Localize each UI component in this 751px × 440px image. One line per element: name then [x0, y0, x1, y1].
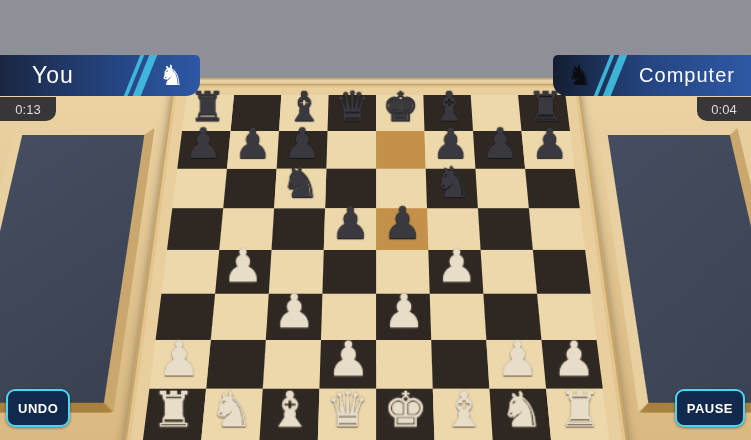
white-pawn-g2[interactable]: ♟	[495, 334, 538, 382]
square-g6[interactable]	[475, 169, 528, 209]
square-h7[interactable]: ♟	[521, 131, 574, 169]
square-b4[interactable]: ♟	[215, 250, 271, 294]
player-name-you: You	[32, 62, 74, 89]
square-d5[interactable]: ♟	[323, 208, 375, 250]
white-pawn-f4[interactable]: ♟	[435, 242, 476, 287]
square-g1[interactable]: ♞	[489, 389, 551, 440]
square-f6[interactable]: ♞	[425, 169, 477, 209]
black-king-e8[interactable]: ♚	[381, 85, 418, 126]
black-pawn-g7[interactable]: ♟	[480, 122, 518, 164]
square-g7[interactable]: ♟	[472, 131, 524, 169]
square-d4[interactable]	[322, 250, 376, 294]
square-e3[interactable]: ♟	[376, 294, 431, 340]
pause-button[interactable]: PAUSE	[675, 389, 745, 427]
white-knight-icon: ♞	[159, 62, 184, 90]
black-knight-icon: ♞	[567, 62, 592, 90]
square-c3[interactable]: ♟	[265, 294, 322, 340]
black-pawn-h7[interactable]: ♟	[530, 122, 568, 164]
white-knight-g1[interactable]: ♞	[498, 384, 542, 433]
square-a4[interactable]	[161, 250, 219, 294]
white-bishop-f1[interactable]: ♝	[440, 384, 484, 433]
undo-button[interactable]: UNDO	[6, 389, 70, 427]
square-a5[interactable]	[166, 208, 222, 250]
black-pawn-b7[interactable]: ♟	[233, 122, 271, 164]
board: ♜♝♛♚♝♜♟♟♟♟♟♟♞♞♟♟♟♟♟♟♟♟♟♟♜♞♝♛♚♝♞♜	[142, 95, 609, 440]
square-b1[interactable]: ♞	[201, 389, 263, 440]
square-b3[interactable]	[210, 294, 268, 340]
square-d1[interactable]: ♛	[317, 389, 375, 440]
square-h5[interactable]	[528, 208, 584, 250]
board-frame: ♜♝♛♚♝♜♟♟♟♟♟♟♞♞♟♟♟♟♟♟♟♟♟♟♜♞♝♛♚♝♞♜	[121, 84, 629, 440]
square-h1[interactable]: ♜	[546, 389, 609, 440]
square-f3[interactable]	[429, 294, 486, 340]
square-a6[interactable]	[172, 169, 227, 209]
white-pawn-b4[interactable]: ♟	[222, 242, 263, 287]
white-pawn-d2[interactable]: ♟	[326, 334, 369, 382]
square-d8[interactable]: ♛	[327, 95, 375, 131]
player-panel-you: You ♞	[0, 55, 200, 96]
square-e5[interactable]: ♟	[376, 208, 428, 250]
black-knight-f6[interactable]: ♞	[432, 160, 471, 203]
timer-you: 0:13	[0, 97, 56, 121]
white-pawn-e3[interactable]: ♟	[382, 287, 424, 334]
white-rook-a1[interactable]: ♜	[150, 384, 194, 433]
square-d7[interactable]	[326, 131, 376, 169]
black-pawn-e5[interactable]: ♟	[382, 200, 422, 244]
square-f1[interactable]: ♝	[432, 389, 492, 440]
square-g5[interactable]	[477, 208, 532, 250]
panel-stripes	[594, 55, 628, 96]
wooden-table: ♜♝♛♚♝♜♟♟♟♟♟♟♞♞♟♟♟♟♟♟♟♟♟♟♜♞♝♛♚♝♞♜	[121, 84, 629, 440]
square-c6[interactable]: ♞	[274, 169, 326, 209]
white-bishop-c1[interactable]: ♝	[266, 384, 310, 433]
square-e7[interactable]	[376, 131, 426, 169]
timer-computer: 0:04	[697, 97, 751, 121]
square-c1[interactable]: ♝	[259, 389, 319, 440]
white-pawn-c3[interactable]: ♟	[272, 287, 314, 334]
square-e8[interactable]: ♚	[376, 95, 424, 131]
square-g4[interactable]	[480, 250, 536, 294]
white-knight-b1[interactable]: ♞	[208, 384, 252, 433]
panel-stripes	[124, 55, 158, 96]
square-h6[interactable]	[525, 169, 580, 209]
square-e1[interactable]: ♚	[376, 389, 434, 440]
black-knight-c6[interactable]: ♞	[280, 160, 319, 203]
player-panel-computer: ♞ Computer	[553, 55, 751, 96]
square-b6[interactable]	[223, 169, 276, 209]
white-pawn-h2[interactable]: ♟	[551, 334, 594, 382]
square-b7[interactable]: ♟	[226, 131, 278, 169]
player-name-computer: Computer	[639, 64, 735, 87]
white-pawn-a2[interactable]: ♟	[157, 334, 200, 382]
white-rook-h1[interactable]: ♜	[556, 384, 600, 433]
white-king-e1[interactable]: ♚	[382, 384, 426, 433]
square-f4[interactable]: ♟	[428, 250, 483, 294]
square-a1[interactable]: ♜	[142, 389, 205, 440]
square-a7[interactable]: ♟	[177, 131, 230, 169]
black-pawn-a7[interactable]: ♟	[183, 122, 221, 164]
black-pawn-d5[interactable]: ♟	[330, 200, 370, 244]
white-queen-d1[interactable]: ♛	[324, 384, 368, 433]
black-queen-d8[interactable]: ♛	[333, 85, 370, 126]
square-c5[interactable]	[271, 208, 325, 250]
square-h4[interactable]	[532, 250, 590, 294]
